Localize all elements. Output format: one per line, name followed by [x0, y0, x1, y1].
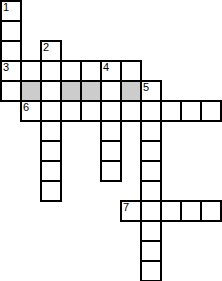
cell-r7c2[interactable]	[40, 140, 62, 162]
clue-number-1: 1	[3, 2, 9, 13]
cell-r8c7[interactable]	[140, 160, 162, 182]
cell-r5c9[interactable]	[180, 100, 202, 122]
cell-r10c10[interactable]	[200, 200, 222, 222]
cell-r13c7[interactable]	[140, 260, 162, 281]
cell-r1c0[interactable]	[0, 20, 22, 42]
cell-r4c0[interactable]	[0, 80, 22, 102]
cell-r8c5[interactable]	[100, 160, 122, 182]
cell-r8c2[interactable]	[40, 160, 62, 182]
clue-number-2: 2	[43, 42, 49, 53]
cell-r10c8[interactable]	[160, 200, 182, 222]
clue-number-7: 7	[123, 202, 129, 213]
cell-r7c7[interactable]	[140, 140, 162, 162]
cell-r4c7[interactable]: 5	[140, 80, 162, 102]
clue-number-3: 3	[3, 62, 9, 73]
crossword-grid: 1234567	[0, 0, 222, 281]
clue-number-5: 5	[143, 82, 149, 93]
cell-r2c2[interactable]: 2	[40, 40, 62, 62]
cell-r5c1[interactable]: 6	[20, 100, 42, 122]
shaded-cell-r4c1[interactable]	[20, 80, 42, 102]
cell-r3c2[interactable]	[40, 60, 62, 82]
cell-r9c7[interactable]	[140, 180, 162, 202]
cell-r5c3[interactable]	[60, 100, 82, 122]
cell-r2c0[interactable]	[0, 40, 22, 62]
cell-r3c5[interactable]: 4	[100, 60, 122, 82]
cell-r5c2[interactable]	[40, 100, 62, 122]
cell-r10c7[interactable]	[140, 200, 162, 222]
cell-r10c6[interactable]: 7	[120, 200, 142, 222]
cell-r5c8[interactable]	[160, 100, 182, 122]
shaded-cell-r4c6[interactable]	[120, 80, 142, 102]
cell-r5c4[interactable]	[80, 100, 102, 122]
shaded-cell-r4c4[interactable]	[80, 80, 102, 102]
cell-r3c1[interactable]	[20, 60, 42, 82]
cell-r5c7[interactable]	[140, 100, 162, 122]
cell-r3c6[interactable]	[120, 60, 142, 82]
cell-r6c2[interactable]	[40, 120, 62, 142]
cell-r7c5[interactable]	[100, 140, 122, 162]
cell-r12c7[interactable]	[140, 240, 162, 262]
clue-number-6: 6	[23, 102, 29, 113]
cell-r4c5[interactable]	[100, 80, 122, 102]
cell-r3c3[interactable]	[60, 60, 82, 82]
cell-r5c6[interactable]	[120, 100, 142, 122]
cell-r3c4[interactable]	[80, 60, 102, 82]
cell-r5c5[interactable]	[100, 100, 122, 122]
cell-r4c2[interactable]	[40, 80, 62, 102]
clue-number-4: 4	[103, 62, 109, 73]
cell-r3c0[interactable]: 3	[0, 60, 22, 82]
cell-r10c9[interactable]	[180, 200, 202, 222]
cell-r11c7[interactable]	[140, 220, 162, 242]
cell-r9c2[interactable]	[40, 180, 62, 202]
cell-r6c7[interactable]	[140, 120, 162, 142]
cell-r5c10[interactable]	[200, 100, 222, 122]
shaded-cell-r4c3[interactable]	[60, 80, 82, 102]
cell-r0c0[interactable]: 1	[0, 0, 22, 22]
cell-r6c5[interactable]	[100, 120, 122, 142]
